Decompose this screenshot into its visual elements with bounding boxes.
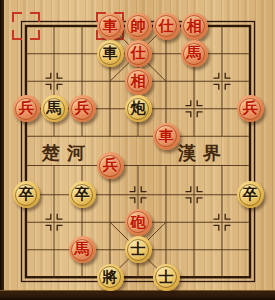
piece-label: 馬	[187, 46, 202, 61]
piece-black-soldier[interactable]: 卒	[237, 181, 264, 208]
piece-label: 馬	[47, 101, 62, 116]
piece-label: 兵	[243, 101, 258, 116]
piece-label: 相	[131, 74, 146, 89]
piece-label: 卒	[243, 187, 258, 202]
last-move-from-marker	[12, 12, 40, 40]
piece-label: 仕	[159, 19, 174, 34]
piece-red-soldier[interactable]: 兵	[69, 95, 96, 122]
piece-red-horse[interactable]: 馬	[181, 40, 208, 67]
piece-red-advisor[interactable]: 仕	[125, 40, 152, 67]
marker-corner	[12, 12, 22, 22]
piece-red-chariot[interactable]: 車	[153, 123, 180, 150]
piece-label: 車	[103, 19, 118, 34]
piece-label: 兵	[19, 101, 34, 116]
piece-label: 車	[159, 129, 174, 144]
marker-corner	[12, 30, 22, 40]
piece-label: 士	[131, 242, 146, 257]
piece-label: 馬	[75, 242, 90, 257]
piece-label: 仕	[131, 46, 146, 61]
piece-black-advisor[interactable]: 士	[125, 236, 152, 263]
piece-red-horse[interactable]: 馬	[69, 236, 96, 263]
piece-red-soldier[interactable]: 兵	[237, 95, 264, 122]
piece-label: 士	[159, 270, 174, 285]
piece-label: 卒	[19, 187, 34, 202]
piece-red-chariot[interactable]: 車	[97, 13, 124, 40]
piece-red-elephant[interactable]: 相	[125, 68, 152, 95]
piece-label: 將	[103, 270, 118, 285]
piece-red-soldier[interactable]: 兵	[97, 152, 124, 179]
piece-black-soldier[interactable]: 卒	[13, 181, 40, 208]
marker-corner	[30, 30, 40, 40]
xiangqi-app: 楚河 漢界 車帥仕相車仕馬相兵馬兵炮兵車兵卒卒卒砲馬士將士	[0, 0, 275, 300]
piece-black-chariot[interactable]: 車	[97, 40, 124, 67]
piece-red-soldier[interactable]: 兵	[13, 95, 40, 122]
piece-red-general[interactable]: 帥	[125, 13, 152, 40]
piece-label: 車	[103, 46, 118, 61]
piece-label: 卒	[75, 187, 90, 202]
piece-label: 帥	[131, 19, 146, 34]
piece-red-elephant[interactable]: 相	[181, 13, 208, 40]
piece-label: 兵	[75, 101, 90, 116]
piece-red-advisor[interactable]: 仕	[153, 13, 180, 40]
piece-black-cannon[interactable]: 炮	[125, 95, 152, 122]
piece-black-horse[interactable]: 馬	[41, 95, 68, 122]
piece-red-cannon[interactable]: 砲	[125, 209, 152, 236]
xiangqi-board[interactable]: 車帥仕相車仕馬相兵馬兵炮兵車兵卒卒卒砲馬士將士	[12, 12, 264, 291]
piece-label: 相	[187, 19, 202, 34]
piece-label: 砲	[131, 215, 146, 230]
marker-corner	[30, 12, 40, 22]
piece-label: 炮	[131, 101, 146, 116]
piece-black-advisor[interactable]: 士	[153, 264, 180, 291]
piece-black-general[interactable]: 將	[97, 264, 124, 291]
piece-black-soldier[interactable]: 卒	[69, 181, 96, 208]
piece-label: 兵	[103, 158, 118, 173]
